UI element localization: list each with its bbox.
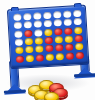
cell-r6c5[interactable] — [55, 53, 64, 61]
yellow-disc — [25, 55, 33, 62]
empty-hole — [73, 10, 81, 17]
red-disc — [64, 27, 72, 34]
yellow-disc — [24, 38, 32, 45]
cell-r4c2[interactable] — [24, 38, 33, 46]
cell-r6c1[interactable] — [15, 55, 24, 63]
cell-r4c6[interactable] — [64, 35, 73, 43]
cell-r4c4[interactable] — [44, 37, 53, 45]
empty-hole — [13, 14, 21, 21]
cell-r3c4[interactable] — [43, 28, 52, 36]
cell-r6c2[interactable] — [25, 54, 34, 62]
cell-r1c3[interactable] — [32, 12, 41, 20]
cell-r6c6[interactable] — [65, 52, 74, 60]
cell-r6c3[interactable] — [35, 54, 44, 62]
cell-r6c4[interactable] — [45, 53, 54, 61]
board-grid — [12, 10, 84, 63]
empty-hole — [14, 30, 22, 37]
empty-hole — [23, 13, 31, 20]
empty-hole — [14, 39, 22, 46]
cell-r5c2[interactable] — [24, 46, 33, 54]
cell-r5c3[interactable] — [34, 46, 43, 54]
cell-r1c2[interactable] — [22, 13, 31, 21]
cell-r3c3[interactable] — [33, 29, 42, 37]
cell-r1c6[interactable] — [62, 10, 71, 18]
red-disc — [74, 35, 82, 42]
cell-r2c4[interactable] — [43, 20, 52, 28]
empty-hole — [33, 12, 41, 19]
empty-hole — [43, 20, 51, 27]
empty-hole — [13, 22, 21, 29]
cell-r2c6[interactable] — [63, 19, 72, 27]
yellow-disc — [34, 37, 42, 44]
cell-r2c5[interactable] — [53, 19, 62, 27]
red-disc — [44, 37, 52, 44]
empty-hole — [43, 12, 51, 19]
cell-r3c2[interactable] — [23, 30, 32, 38]
cell-r4c5[interactable] — [54, 36, 63, 44]
cell-r1c5[interactable] — [52, 11, 61, 19]
cell-r2c3[interactable] — [33, 21, 42, 29]
cell-r6c7[interactable] — [75, 51, 84, 59]
yellow-disc — [75, 43, 83, 50]
red-disc — [55, 45, 63, 52]
yellow-disc — [54, 36, 62, 43]
red-disc — [15, 55, 23, 62]
yellow-disc — [44, 29, 52, 36]
red-disc — [45, 45, 53, 52]
cell-r3c1[interactable] — [13, 30, 22, 38]
cell-r5c1[interactable] — [14, 47, 23, 55]
cell-r5c5[interactable] — [54, 44, 63, 52]
cell-r5c4[interactable] — [44, 45, 53, 53]
cell-r2c1[interactable] — [13, 22, 22, 30]
empty-hole — [63, 11, 71, 18]
empty-hole — [23, 21, 31, 28]
cell-r1c4[interactable] — [42, 12, 51, 20]
cell-r4c7[interactable] — [74, 35, 83, 43]
red-disc — [35, 54, 43, 61]
cell-r1c7[interactable] — [72, 10, 81, 18]
board-frame — [7, 5, 90, 70]
empty-hole — [53, 20, 61, 27]
cell-r2c2[interactable] — [23, 21, 32, 29]
frame-top-tab-right — [74, 3, 82, 7]
red-disc — [54, 28, 62, 35]
cell-r1c1[interactable] — [12, 14, 21, 22]
cell-r3c6[interactable] — [63, 27, 72, 35]
empty-hole — [34, 29, 42, 36]
red-disc — [65, 44, 73, 51]
cell-r4c1[interactable] — [14, 38, 23, 46]
yellow-disc — [45, 53, 53, 60]
cell-r5c7[interactable] — [74, 43, 83, 51]
empty-hole — [53, 11, 61, 18]
red-disc — [65, 52, 73, 59]
connect-four-board — [0, 0, 95, 98]
cell-r4c3[interactable] — [34, 37, 43, 45]
cell-r5c6[interactable] — [64, 44, 73, 52]
red-disc — [24, 30, 32, 37]
empty-hole — [73, 18, 81, 25]
yellow-disc — [74, 27, 82, 34]
yellow-disc — [64, 36, 72, 43]
yellow-disc — [25, 46, 33, 53]
yellow-disc — [35, 46, 43, 53]
frame-top-tab-left — [11, 7, 19, 11]
empty-hole — [63, 19, 71, 26]
cell-r3c7[interactable] — [73, 26, 82, 34]
cell-r3c5[interactable] — [53, 28, 62, 36]
yellow-disc — [55, 53, 63, 60]
yellow-disc — [15, 47, 23, 54]
cell-r2c7[interactable] — [73, 18, 82, 26]
empty-hole — [33, 21, 41, 28]
red-disc — [75, 52, 83, 59]
